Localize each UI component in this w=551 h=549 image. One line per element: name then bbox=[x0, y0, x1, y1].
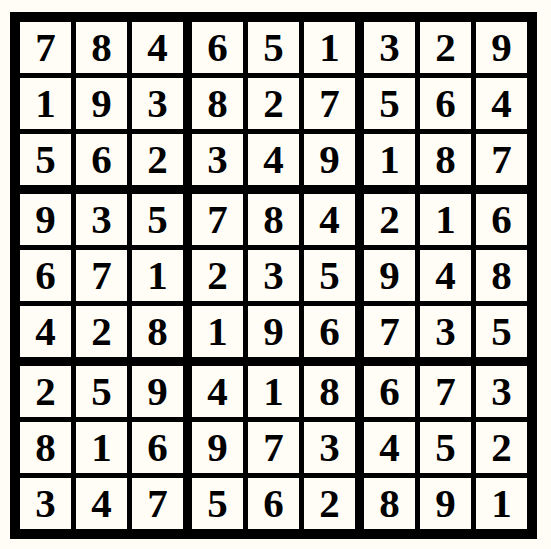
cell-r6c6: 6 bbox=[304, 306, 355, 357]
cell-r9c4: 5 bbox=[192, 478, 243, 529]
cell-r1c8: 2 bbox=[420, 22, 471, 73]
cell-r4c9: 6 bbox=[476, 194, 527, 245]
cell-r8c3: 6 bbox=[132, 422, 183, 473]
box-r1c1: 784193562 bbox=[20, 22, 183, 185]
cell-r6c3: 8 bbox=[132, 306, 183, 357]
cell-r5c5: 3 bbox=[248, 250, 299, 301]
box-r3c2: 418973562 bbox=[192, 366, 355, 529]
cell-r8c1: 8 bbox=[20, 422, 71, 473]
cell-r5c4: 2 bbox=[192, 250, 243, 301]
page: { "game": "sudoku", "board_size": "9x9",… bbox=[0, 0, 551, 549]
cell-r8c8: 5 bbox=[420, 422, 471, 473]
cell-r9c9: 1 bbox=[476, 478, 527, 529]
cell-r3c2: 6 bbox=[76, 134, 127, 185]
cell-r8c4: 9 bbox=[192, 422, 243, 473]
cell-r7c7: 6 bbox=[364, 366, 415, 417]
cell-r2c7: 5 bbox=[364, 78, 415, 129]
cell-r7c6: 8 bbox=[304, 366, 355, 417]
box-r3c3: 673452891 bbox=[364, 366, 527, 529]
cell-r5c9: 8 bbox=[476, 250, 527, 301]
cell-r1c4: 6 bbox=[192, 22, 243, 73]
box-r3c1: 259816347 bbox=[20, 366, 183, 529]
cell-r8c2: 1 bbox=[76, 422, 127, 473]
cell-r3c3: 2 bbox=[132, 134, 183, 185]
cell-r1c1: 7 bbox=[20, 22, 71, 73]
box-r2c1: 935671428 bbox=[20, 194, 183, 357]
cell-r7c9: 3 bbox=[476, 366, 527, 417]
cell-r3c6: 9 bbox=[304, 134, 355, 185]
cell-r6c1: 4 bbox=[20, 306, 71, 357]
cell-r2c4: 8 bbox=[192, 78, 243, 129]
cell-r4c7: 2 bbox=[364, 194, 415, 245]
cell-r5c2: 7 bbox=[76, 250, 127, 301]
cell-r4c8: 1 bbox=[420, 194, 471, 245]
cell-r8c9: 2 bbox=[476, 422, 527, 473]
cell-r2c1: 1 bbox=[20, 78, 71, 129]
box-r2c3: 216948735 bbox=[364, 194, 527, 357]
cell-r9c5: 6 bbox=[248, 478, 299, 529]
cell-r8c7: 4 bbox=[364, 422, 415, 473]
cell-r9c7: 8 bbox=[364, 478, 415, 529]
cell-r5c6: 5 bbox=[304, 250, 355, 301]
cell-r9c3: 7 bbox=[132, 478, 183, 529]
cell-r1c5: 5 bbox=[248, 22, 299, 73]
cell-r1c9: 9 bbox=[476, 22, 527, 73]
cell-r4c6: 4 bbox=[304, 194, 355, 245]
cell-r3c1: 5 bbox=[20, 134, 71, 185]
cell-r8c5: 7 bbox=[248, 422, 299, 473]
cell-r1c7: 3 bbox=[364, 22, 415, 73]
cell-r6c7: 7 bbox=[364, 306, 415, 357]
cell-r5c1: 6 bbox=[20, 250, 71, 301]
cell-r9c6: 2 bbox=[304, 478, 355, 529]
cell-r1c2: 8 bbox=[76, 22, 127, 73]
cell-r2c8: 6 bbox=[420, 78, 471, 129]
cell-r4c3: 5 bbox=[132, 194, 183, 245]
cell-r3c5: 4 bbox=[248, 134, 299, 185]
cell-r4c4: 7 bbox=[192, 194, 243, 245]
cell-r7c2: 5 bbox=[76, 366, 127, 417]
cell-r7c5: 1 bbox=[248, 366, 299, 417]
cell-r5c7: 9 bbox=[364, 250, 415, 301]
cell-r9c2: 4 bbox=[76, 478, 127, 529]
cell-r2c6: 7 bbox=[304, 78, 355, 129]
cell-r3c9: 7 bbox=[476, 134, 527, 185]
cell-r8c6: 3 bbox=[304, 422, 355, 473]
cell-r6c4: 1 bbox=[192, 306, 243, 357]
cell-r6c2: 2 bbox=[76, 306, 127, 357]
cell-r3c7: 1 bbox=[364, 134, 415, 185]
cell-r4c1: 9 bbox=[20, 194, 71, 245]
cell-r7c8: 7 bbox=[420, 366, 471, 417]
box-r1c2: 651827349 bbox=[192, 22, 355, 185]
cell-r4c2: 3 bbox=[76, 194, 127, 245]
cell-r2c5: 2 bbox=[248, 78, 299, 129]
cell-r1c6: 1 bbox=[304, 22, 355, 73]
cell-r5c8: 4 bbox=[420, 250, 471, 301]
cell-r9c8: 9 bbox=[420, 478, 471, 529]
box-r2c2: 784235196 bbox=[192, 194, 355, 357]
cell-r2c3: 3 bbox=[132, 78, 183, 129]
sudoku-board: 7841935626518273493295641879356714287842… bbox=[10, 12, 537, 539]
cell-r6c9: 5 bbox=[476, 306, 527, 357]
cell-r3c4: 3 bbox=[192, 134, 243, 185]
cell-r2c2: 9 bbox=[76, 78, 127, 129]
cell-r7c3: 9 bbox=[132, 366, 183, 417]
cell-r3c8: 8 bbox=[420, 134, 471, 185]
cell-r5c3: 1 bbox=[132, 250, 183, 301]
cell-r6c5: 9 bbox=[248, 306, 299, 357]
cell-r7c1: 2 bbox=[20, 366, 71, 417]
cell-r1c3: 4 bbox=[132, 22, 183, 73]
cell-r6c8: 3 bbox=[420, 306, 471, 357]
cell-r7c4: 4 bbox=[192, 366, 243, 417]
cell-r4c5: 8 bbox=[248, 194, 299, 245]
cell-r2c9: 4 bbox=[476, 78, 527, 129]
box-r1c3: 329564187 bbox=[364, 22, 527, 185]
cell-r9c1: 3 bbox=[20, 478, 71, 529]
